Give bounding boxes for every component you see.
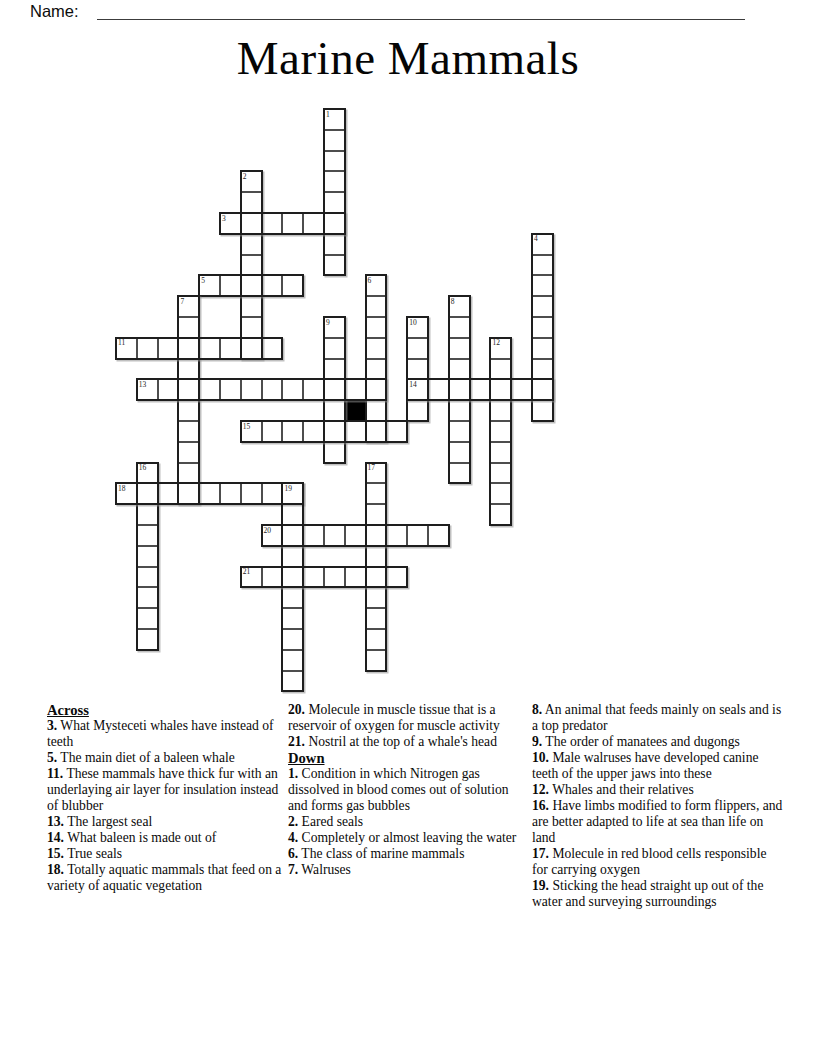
clue-down-12: 12. Whales and their relatives xyxy=(532,782,784,798)
clue-down-9: 9. The order of manatees and dugongs xyxy=(532,734,784,750)
grid-cell[interactable] xyxy=(137,379,158,400)
grid-cell[interactable] xyxy=(303,567,324,588)
clue-across-20: 20. Molecule in muscle tissue that is a … xyxy=(288,702,528,734)
grid-cell[interactable] xyxy=(158,483,179,504)
grid-cell[interactable] xyxy=(490,463,511,484)
grid-cell[interactable] xyxy=(178,296,199,317)
grid-cell[interactable] xyxy=(241,317,262,338)
grid-cell[interactable] xyxy=(137,608,158,629)
grid-cell[interactable] xyxy=(158,379,179,400)
grid-cell[interactable] xyxy=(490,359,511,380)
grid-cell[interactable] xyxy=(199,338,220,359)
grid-cell[interactable] xyxy=(386,421,407,442)
clue-down-7: 7. Walruses xyxy=(288,862,528,878)
grid-cell[interactable] xyxy=(366,275,387,296)
grid-cell[interactable] xyxy=(282,587,303,608)
grid-cell[interactable] xyxy=(324,567,345,588)
grid-cell[interactable] xyxy=(282,275,303,296)
grid-cell[interactable] xyxy=(199,275,220,296)
grid-cell[interactable] xyxy=(366,296,387,317)
grid-cell[interactable] xyxy=(178,400,199,421)
grid-cell[interactable] xyxy=(345,379,366,400)
grid-cell[interactable] xyxy=(366,567,387,588)
grid-cell[interactable] xyxy=(366,546,387,567)
grid-cell[interactable] xyxy=(324,130,345,151)
grid-cell[interactable] xyxy=(241,213,262,234)
clue-down-8: 8. An animal that feeds mainly on seals … xyxy=(532,702,784,734)
grid-cell[interactable] xyxy=(220,379,241,400)
grid-cell[interactable] xyxy=(282,671,303,692)
grid-cell[interactable] xyxy=(178,442,199,463)
clue-down-19: 19. Sticking the head straight up out of… xyxy=(532,878,784,910)
grid-cell[interactable] xyxy=(178,338,199,359)
grid-cell[interactable] xyxy=(220,275,241,296)
grid-cell[interactable] xyxy=(199,483,220,504)
grid-cell[interactable] xyxy=(449,379,470,400)
grid-cell[interactable] xyxy=(262,483,283,504)
grid-cell[interactable] xyxy=(470,379,491,400)
grid-cell[interactable] xyxy=(449,338,470,359)
name-label: Name: xyxy=(30,2,79,21)
grid-cell[interactable] xyxy=(324,109,345,130)
grid-cell[interactable] xyxy=(449,296,470,317)
grid-cell[interactable] xyxy=(137,587,158,608)
grid-cell[interactable] xyxy=(366,504,387,525)
grid-cell[interactable] xyxy=(137,504,158,525)
grid-cell[interactable] xyxy=(511,379,532,400)
grid-cell[interactable] xyxy=(449,359,470,380)
grid-cell[interactable] xyxy=(366,483,387,504)
grid-cell[interactable] xyxy=(532,317,553,338)
clue-across-15: 15. True seals xyxy=(47,846,284,862)
grid-cell[interactable] xyxy=(532,275,553,296)
grid-cell[interactable] xyxy=(241,171,262,192)
grid-cell[interactable] xyxy=(178,421,199,442)
grid-cell[interactable] xyxy=(262,379,283,400)
grid-cell[interactable] xyxy=(366,338,387,359)
grid-cell[interactable] xyxy=(324,442,345,463)
clue-down-2: 2. Eared seals xyxy=(288,814,528,830)
grid-cell[interactable] xyxy=(137,463,158,484)
grid-cell[interactable] xyxy=(137,338,158,359)
clue-column-2: 20. Molecule in muscle tissue that is a … xyxy=(288,702,528,878)
grid-cell[interactable] xyxy=(220,483,241,504)
grid-cell[interactable] xyxy=(262,421,283,442)
clue-down-10: 10. Male walruses have developed canine … xyxy=(532,750,784,782)
grid-cell[interactable] xyxy=(282,608,303,629)
grid-cell[interactable] xyxy=(116,338,137,359)
grid-cell[interactable] xyxy=(366,421,387,442)
grid-cell[interactable] xyxy=(116,483,137,504)
grid-cell[interactable] xyxy=(324,421,345,442)
grid-cell[interactable] xyxy=(241,192,262,213)
grid-cell[interactable] xyxy=(490,421,511,442)
grid-cell[interactable] xyxy=(490,379,511,400)
grid-cell[interactable] xyxy=(220,338,241,359)
grid-cell[interactable] xyxy=(532,359,553,380)
clue-down-1: 1. Condition in which Nitrogen gas disso… xyxy=(288,766,528,814)
grid-cell[interactable] xyxy=(282,504,303,525)
grid-cell[interactable] xyxy=(282,379,303,400)
clue-across-5: 5. The main diet of a baleen whale xyxy=(47,750,284,766)
grid-cell[interactable] xyxy=(241,296,262,317)
grid-cell[interactable] xyxy=(137,546,158,567)
grid-cell[interactable] xyxy=(282,213,303,234)
grid-cell[interactable] xyxy=(490,483,511,504)
grid-cell[interactable] xyxy=(282,483,303,504)
grid-cell[interactable] xyxy=(324,359,345,380)
grid-cell[interactable] xyxy=(407,317,428,338)
grid-cell[interactable] xyxy=(241,255,262,276)
grid-cell[interactable] xyxy=(324,213,345,234)
grid-cell[interactable] xyxy=(137,567,158,588)
grid-cell[interactable] xyxy=(407,338,428,359)
grid-cell[interactable] xyxy=(324,338,345,359)
grid-cell[interactable] xyxy=(324,234,345,255)
grid-cell[interactable] xyxy=(282,546,303,567)
clue-column-3: 8. An animal that feeds mainly on seals … xyxy=(532,702,784,910)
grid-cell[interactable] xyxy=(449,442,470,463)
grid-cell[interactable] xyxy=(324,151,345,172)
grid-cell[interactable] xyxy=(282,421,303,442)
grid-cell[interactable] xyxy=(262,275,283,296)
grid-cell[interactable] xyxy=(490,400,511,421)
grid-cell[interactable] xyxy=(366,525,387,546)
grid-cell[interactable] xyxy=(303,213,324,234)
clue-across-18: 18. Totally aquatic mammals that feed on… xyxy=(47,862,284,894)
grid-cell[interactable] xyxy=(428,525,449,546)
grid-cell[interactable] xyxy=(282,629,303,650)
name-row: Name: xyxy=(0,0,816,24)
grid-cell[interactable] xyxy=(303,525,324,546)
clue-across-13: 13. The largest seal xyxy=(47,814,284,830)
grid-cell[interactable] xyxy=(366,587,387,608)
grid-cell[interactable] xyxy=(282,650,303,671)
grid-cell[interactable] xyxy=(366,359,387,380)
grid-cell[interactable] xyxy=(158,338,179,359)
grid-cell[interactable] xyxy=(241,567,262,588)
grid-cell[interactable] xyxy=(178,483,199,504)
across-header: Across xyxy=(47,702,284,718)
grid-cell[interactable] xyxy=(490,442,511,463)
black-cell xyxy=(345,400,366,421)
grid-cell[interactable] xyxy=(282,525,303,546)
grid-cell[interactable] xyxy=(137,483,158,504)
clue-down-6: 6. The class of marine mammals xyxy=(288,846,528,862)
grid-cell[interactable] xyxy=(324,192,345,213)
clue-across-14: 14. What baleen is made out of xyxy=(47,830,284,846)
name-input-line[interactable] xyxy=(97,1,745,20)
grid-cell[interactable] xyxy=(324,171,345,192)
grid-cell[interactable] xyxy=(366,379,387,400)
grid-cell[interactable] xyxy=(449,421,470,442)
grid-cell[interactable] xyxy=(241,275,262,296)
grid-cell[interactable] xyxy=(324,400,345,421)
grid-cell[interactable] xyxy=(366,608,387,629)
grid-cell[interactable] xyxy=(262,525,283,546)
grid-cell[interactable] xyxy=(407,400,428,421)
grid-cell[interactable] xyxy=(241,483,262,504)
grid-cell[interactable] xyxy=(428,379,449,400)
grid-cell[interactable] xyxy=(220,213,241,234)
grid-cell[interactable] xyxy=(324,525,345,546)
grid-cell[interactable] xyxy=(178,317,199,338)
grid-cell[interactable] xyxy=(324,379,345,400)
clue-down-16: 16. Have limbs modified to form flippers… xyxy=(532,798,784,846)
grid-cell[interactable] xyxy=(178,463,199,484)
grid-cell[interactable] xyxy=(137,629,158,650)
grid-cell[interactable] xyxy=(345,567,366,588)
grid-cell[interactable] xyxy=(366,629,387,650)
grid-cell[interactable] xyxy=(490,504,511,525)
grid-cell[interactable] xyxy=(262,338,283,359)
grid-cell[interactable] xyxy=(303,421,324,442)
clue-column-1: Across3. What Mysteceti whales have inst… xyxy=(47,702,284,894)
grid-cell[interactable] xyxy=(449,463,470,484)
grid-cell[interactable] xyxy=(490,338,511,359)
clue-down-4: 4. Completely or almost leaving the wate… xyxy=(288,830,528,846)
grid-cell[interactable] xyxy=(199,379,220,400)
grid-cell[interactable] xyxy=(282,567,303,588)
grid-cell[interactable] xyxy=(241,234,262,255)
grid-cell[interactable] xyxy=(407,379,428,400)
grid-cell[interactable] xyxy=(345,421,366,442)
grid-cell[interactable] xyxy=(407,359,428,380)
grid-cell[interactable] xyxy=(386,567,407,588)
grid-cell[interactable] xyxy=(407,525,428,546)
grid-cell[interactable] xyxy=(366,650,387,671)
grid-cell[interactable] xyxy=(366,400,387,421)
clue-across-11: 11. These mammals have thick fur with an… xyxy=(47,766,284,814)
grid-cell[interactable] xyxy=(241,421,262,442)
grid-cell[interactable] xyxy=(532,379,553,400)
grid-cell[interactable] xyxy=(366,463,387,484)
grid-cell[interactable] xyxy=(178,359,199,380)
grid-cell[interactable] xyxy=(137,525,158,546)
grid-cell[interactable] xyxy=(532,296,553,317)
grid-cell[interactable] xyxy=(345,525,366,546)
clue-down-17: 17. Molecule in red blood cells responsi… xyxy=(532,846,784,878)
grid-cell[interactable] xyxy=(449,317,470,338)
grid-cell[interactable] xyxy=(262,567,283,588)
grid-cell[interactable] xyxy=(532,255,553,276)
crossword-grid: 123456789101112131415161718192021 xyxy=(116,109,576,709)
grid-cell[interactable] xyxy=(241,338,262,359)
down-header: Down xyxy=(288,750,528,766)
grid-cell[interactable] xyxy=(262,213,283,234)
grid-cell[interactable] xyxy=(324,255,345,276)
grid-cell[interactable] xyxy=(366,317,387,338)
grid-cell[interactable] xyxy=(178,379,199,400)
grid-cell[interactable] xyxy=(532,400,553,421)
grid-cell[interactable] xyxy=(241,379,262,400)
grid-cell[interactable] xyxy=(532,338,553,359)
grid-cell[interactable] xyxy=(449,400,470,421)
grid-cell[interactable] xyxy=(532,234,553,255)
grid-cell[interactable] xyxy=(386,525,407,546)
clue-across-21: 21. Nostril at the top of a whale's head xyxy=(288,734,528,750)
grid-cell[interactable] xyxy=(324,317,345,338)
clue-across-3: 3. What Mysteceti whales have instead of… xyxy=(47,718,284,750)
grid-cell[interactable] xyxy=(303,379,324,400)
page-title: Marine Mammals xyxy=(0,31,816,85)
